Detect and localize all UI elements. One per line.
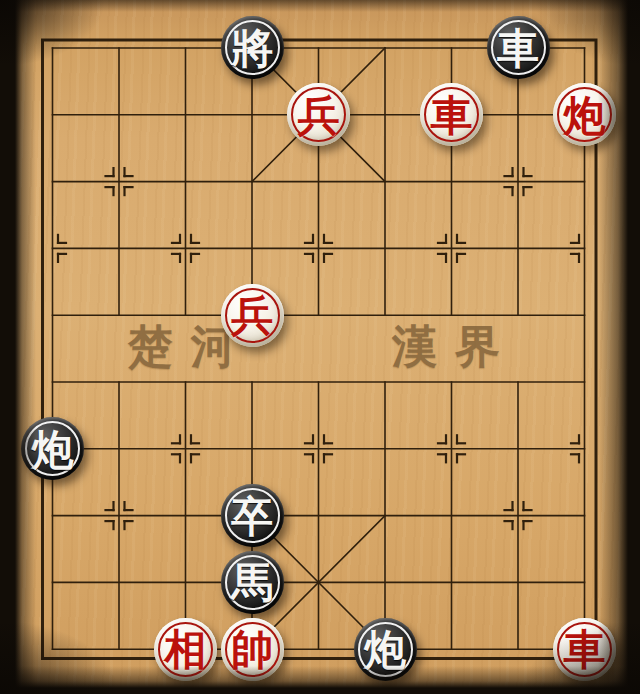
piece-black-chariot[interactable]: 車	[487, 16, 550, 79]
piece-glyph: 相	[165, 629, 207, 671]
piece-glyph: 帥	[231, 629, 273, 671]
piece-glyph: 將	[231, 28, 273, 70]
piece-glyph: 炮	[32, 429, 74, 471]
piece-glyph: 車	[497, 28, 539, 70]
piece-glyph: 炮	[364, 629, 406, 671]
piece-black-horse[interactable]: 馬	[221, 551, 284, 614]
piece-red-cannon[interactable]: 炮	[553, 83, 616, 146]
piece-red-elephant[interactable]: 相	[154, 618, 217, 681]
piece-glyph: 炮	[564, 95, 606, 137]
piece-red-soldier[interactable]: 兵	[221, 284, 284, 347]
piece-glyph: 車	[564, 629, 606, 671]
piece-glyph: 車	[431, 95, 473, 137]
piece-grid: 將車兵車炮兵炮卒馬相帥炮車	[19, 15, 618, 683]
piece-black-general[interactable]: 將	[221, 16, 284, 79]
piece-glyph: 兵	[298, 95, 340, 137]
piece-black-soldier[interactable]: 卒	[221, 484, 284, 547]
piece-glyph: 兵	[231, 295, 273, 337]
piece-glyph: 卒	[231, 496, 273, 538]
piece-black-cannon[interactable]: 炮	[21, 417, 84, 480]
piece-red-general[interactable]: 帥	[221, 618, 284, 681]
piece-black-cannon[interactable]: 炮	[354, 618, 417, 681]
xiangqi-board-screen: 楚河 漢界 將車兵車炮兵炮卒馬相帥炮車	[0, 0, 640, 694]
piece-red-chariot[interactable]: 車	[420, 83, 483, 146]
piece-red-chariot[interactable]: 車	[553, 618, 616, 681]
piece-red-soldier[interactable]: 兵	[287, 83, 350, 146]
piece-glyph: 馬	[231, 562, 273, 604]
